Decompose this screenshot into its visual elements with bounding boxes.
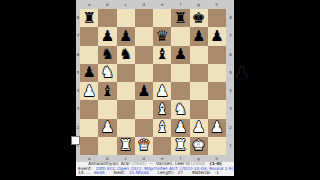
rank-label: 8 bbox=[227, 9, 234, 27]
white-rook: ♜ bbox=[119, 138, 132, 153]
square-d8 bbox=[135, 9, 153, 27]
square-h1 bbox=[208, 137, 226, 155]
last-move-link[interactable]: exd4 bbox=[94, 171, 105, 175]
square-d6 bbox=[135, 46, 153, 64]
square-d3 bbox=[135, 100, 153, 118]
file-label: f bbox=[171, 155, 189, 162]
next-label: Next: bbox=[114, 171, 126, 175]
players-separator: -- bbox=[149, 162, 152, 166]
file-label: a bbox=[80, 155, 98, 162]
next-move-link[interactable]: 15.Nfxd4 bbox=[129, 171, 149, 175]
length-label: Length: bbox=[158, 171, 175, 175]
material-label: Material: bbox=[192, 171, 211, 175]
square-b2: ♟ bbox=[98, 119, 116, 137]
square-c5 bbox=[117, 64, 135, 82]
white-queen: ♛ bbox=[137, 138, 150, 153]
file-label: b bbox=[98, 0, 116, 9]
file-label: d bbox=[135, 155, 153, 162]
black-pawn: ♟ bbox=[137, 84, 150, 99]
square-b4: ♝ bbox=[98, 82, 116, 100]
square-h7: ♟ bbox=[208, 27, 226, 45]
black-player-elo: (2550) bbox=[191, 162, 206, 166]
black-pawn: ♟ bbox=[192, 29, 205, 44]
game-caption: Ashwanthyan, Arar (2432) -- Varisen, Lee… bbox=[76, 162, 234, 176]
file-label: g bbox=[190, 155, 208, 162]
white-pawn: ♟ bbox=[155, 84, 168, 99]
files-top: abcdefgh bbox=[80, 0, 226, 9]
square-a3 bbox=[80, 100, 98, 118]
file-label: e bbox=[153, 0, 171, 9]
game-result: (1-0) bbox=[210, 162, 222, 166]
square-f1: ♜ bbox=[171, 137, 189, 155]
white-rook: ♜ bbox=[174, 138, 187, 153]
square-b7: ♟ bbox=[98, 27, 116, 45]
square-a6 bbox=[80, 46, 98, 64]
event-label: Event: bbox=[78, 167, 92, 171]
square-c3 bbox=[117, 100, 135, 118]
file-label: f bbox=[171, 0, 189, 9]
square-h3 bbox=[208, 100, 226, 118]
square-a1 bbox=[80, 137, 98, 155]
file-label: c bbox=[117, 0, 135, 9]
square-e8 bbox=[153, 9, 171, 27]
rank-label: 1 bbox=[227, 137, 234, 155]
square-f8: ♜ bbox=[171, 9, 189, 27]
black-pawn: ♟ bbox=[82, 65, 95, 80]
square-b8 bbox=[98, 9, 116, 27]
square-g5 bbox=[190, 64, 208, 82]
square-g4 bbox=[190, 82, 208, 100]
move-number: 14. ... bbox=[78, 171, 91, 175]
black-king: ♚ bbox=[192, 11, 205, 26]
square-h8 bbox=[208, 9, 226, 27]
black-knight: ♞ bbox=[119, 47, 132, 62]
black-bishop: ♝ bbox=[101, 84, 114, 99]
square-e6: ♝ bbox=[153, 46, 171, 64]
rank-label: 4 bbox=[227, 82, 234, 100]
board-panel: abcdefgh 87654321 ♜♜♚♟♟♛♟♟♞♞♝♟♟♞♟♝♟♟♝♞♟♝… bbox=[76, 0, 234, 176]
square-d7 bbox=[135, 27, 153, 45]
square-f5 bbox=[171, 64, 189, 82]
square-e3: ♝ bbox=[153, 100, 171, 118]
black-rook: ♜ bbox=[82, 11, 95, 26]
white-player-name: Ashwanthyan, Arar bbox=[88, 162, 130, 166]
rank-label: 6 bbox=[227, 46, 234, 64]
rank-label: 5 bbox=[227, 64, 234, 82]
black-rook: ♜ bbox=[174, 11, 187, 26]
white-knight: ♞ bbox=[174, 102, 187, 117]
square-d1: ♛ bbox=[135, 137, 153, 155]
square-f3: ♞ bbox=[171, 100, 189, 118]
square-g6 bbox=[190, 46, 208, 64]
rank-label: 7 bbox=[227, 27, 234, 45]
material-value: -1 bbox=[215, 171, 219, 175]
black-pawn: ♟ bbox=[174, 47, 187, 62]
square-g3 bbox=[190, 100, 208, 118]
black-pawn: ♟ bbox=[119, 29, 132, 44]
white-king: ♚ bbox=[192, 138, 205, 153]
white-player-elo: (2432) bbox=[131, 162, 146, 166]
square-h6 bbox=[208, 46, 226, 64]
file-label: d bbox=[135, 0, 153, 9]
square-f6: ♟ bbox=[171, 46, 189, 64]
square-h4 bbox=[208, 82, 226, 100]
square-c7: ♟ bbox=[117, 27, 135, 45]
square-c6: ♞ bbox=[117, 46, 135, 64]
white-pawn: ♟ bbox=[174, 120, 187, 135]
file-label: a bbox=[80, 0, 98, 9]
square-a2 bbox=[80, 119, 98, 137]
square-g7: ♟ bbox=[190, 27, 208, 45]
square-c2 bbox=[117, 119, 135, 137]
square-e2: ♝ bbox=[153, 119, 171, 137]
square-b3 bbox=[98, 100, 116, 118]
square-a7 bbox=[80, 27, 98, 45]
black-queen: ♛ bbox=[155, 29, 168, 44]
square-f7 bbox=[171, 27, 189, 45]
square-b1 bbox=[98, 137, 116, 155]
square-c1: ♜ bbox=[117, 137, 135, 155]
black-knight: ♞ bbox=[101, 47, 114, 62]
square-e5 bbox=[153, 64, 171, 82]
black-pawn: ♟ bbox=[101, 29, 114, 44]
square-f2: ♟ bbox=[171, 119, 189, 137]
square-a8: ♜ bbox=[80, 9, 98, 27]
square-d5 bbox=[135, 64, 153, 82]
square-h2: ♟ bbox=[208, 119, 226, 137]
file-label: b bbox=[98, 155, 116, 162]
white-pawn: ♟ bbox=[82, 84, 95, 99]
file-label: h bbox=[208, 155, 226, 162]
square-c8 bbox=[117, 9, 135, 27]
square-a5: ♟ bbox=[80, 64, 98, 82]
square-f4 bbox=[171, 82, 189, 100]
white-bishop: ♝ bbox=[155, 102, 168, 117]
files-bottom: abcdefgh bbox=[80, 155, 226, 162]
rank-label: 2 bbox=[227, 119, 234, 137]
white-pawn: ♟ bbox=[101, 120, 114, 135]
square-c4 bbox=[117, 82, 135, 100]
white-to-move-indicator bbox=[71, 136, 80, 145]
white-bishop: ♝ bbox=[155, 120, 168, 135]
square-d4: ♟ bbox=[135, 82, 153, 100]
length-value: 27 bbox=[178, 171, 184, 175]
square-e1 bbox=[153, 137, 171, 155]
black-pawn: ♟ bbox=[210, 29, 223, 44]
file-label: e bbox=[153, 155, 171, 162]
black-player-name: Varisen, Leer O bbox=[156, 162, 189, 166]
ranks-right: 87654321 bbox=[227, 9, 234, 155]
square-a4: ♟ bbox=[80, 82, 98, 100]
square-g1: ♚ bbox=[190, 137, 208, 155]
white-pawn: ♟ bbox=[210, 120, 223, 135]
square-h5 bbox=[208, 64, 226, 82]
square-g8: ♚ bbox=[190, 9, 208, 27]
rank-label: 3 bbox=[227, 100, 234, 118]
square-b5: ♞ bbox=[98, 64, 116, 82]
file-label: g bbox=[190, 0, 208, 9]
black-bishop: ♝ bbox=[155, 47, 168, 62]
square-g2: ♟ bbox=[190, 119, 208, 137]
material-black-pawn-icon: ♟ bbox=[234, 64, 249, 81]
chess-board: ♜♜♚♟♟♛♟♟♞♞♝♟♟♞♟♝♟♟♝♞♟♝♟♟♟♜♛♜♚ bbox=[80, 9, 226, 155]
square-d2 bbox=[135, 119, 153, 137]
event-link[interactable]: 15th ECC Open 2022, Mayrhofen AUT (2022-… bbox=[95, 167, 233, 171]
square-e4: ♟ bbox=[153, 82, 171, 100]
white-pawn: ♟ bbox=[192, 120, 205, 135]
square-e7: ♛ bbox=[153, 27, 171, 45]
moves-line: 14. ... exd4 Next: 15.Nfxd4 Length: 27 M… bbox=[76, 171, 234, 176]
file-label: h bbox=[208, 0, 226, 9]
square-b6: ♞ bbox=[98, 46, 116, 64]
white-knight: ♞ bbox=[101, 65, 114, 80]
file-label: c bbox=[117, 155, 135, 162]
